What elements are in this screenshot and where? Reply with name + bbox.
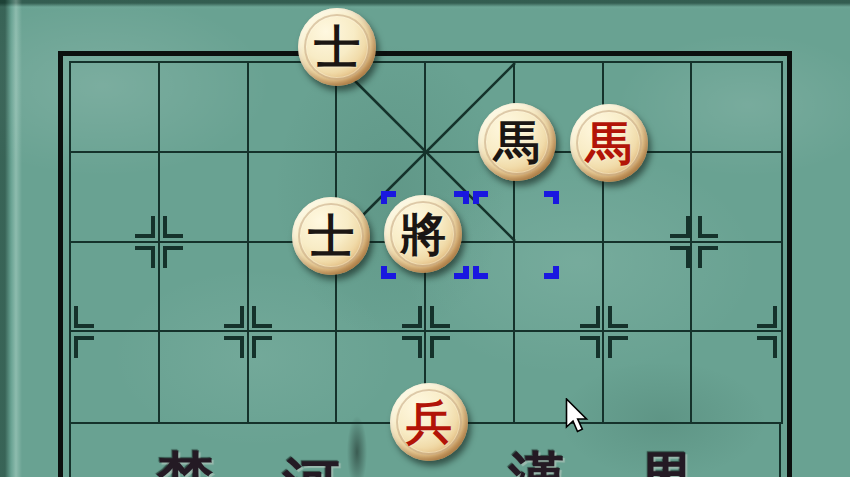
bracket-corner <box>473 266 488 279</box>
river-label-chu: 楚 <box>157 441 214 477</box>
piece-glyph: 馬 <box>586 104 632 182</box>
soldier-point-marker <box>580 306 628 358</box>
piece-black-advisor[interactable]: 士 <box>292 197 370 275</box>
piece-glyph: 馬 <box>494 103 540 181</box>
river-label-jie: 界 <box>639 441 696 477</box>
piece-glyph: 士 <box>314 8 360 86</box>
piece-red-soldier[interactable]: 兵 <box>390 383 468 461</box>
piece-glyph: 將 <box>400 195 446 273</box>
soldier-point-marker <box>224 306 272 358</box>
bracket-corner <box>544 191 559 204</box>
river-label-han: 漢 <box>509 441 566 477</box>
cannon-point-marker <box>135 216 183 268</box>
bracket-corner <box>454 191 469 204</box>
piece-red-horse[interactable]: 馬 <box>570 104 648 182</box>
river-label-he: 河 <box>283 447 340 477</box>
bracket-corner <box>381 191 396 204</box>
mouse-cursor <box>565 398 589 434</box>
piece-black-horse[interactable]: 馬 <box>478 103 556 181</box>
soldier-point-marker <box>76 306 94 358</box>
soldier-point-marker <box>402 306 450 358</box>
bracket-corner <box>381 266 396 279</box>
piece-black-general[interactable]: 將 <box>384 195 462 273</box>
piece-glyph: 兵 <box>406 383 452 461</box>
bracket-corner <box>473 191 488 204</box>
xiangqi-game-screen: 士 馬 馬 士 將 兵 楚 河 漢 界 <box>0 0 850 477</box>
piece-glyph: 士 <box>308 197 354 275</box>
piece-black-advisor[interactable]: 士 <box>298 8 376 86</box>
bracket-corner <box>454 266 469 279</box>
cannon-point-marker <box>670 216 718 268</box>
soldier-point-marker <box>757 306 775 358</box>
selection-marker-origin-square <box>473 191 559 279</box>
bracket-corner <box>544 266 559 279</box>
